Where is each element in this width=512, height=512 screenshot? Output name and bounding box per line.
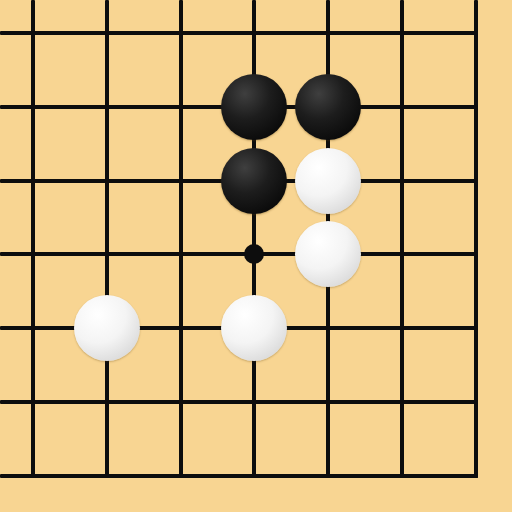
- board-stones-layer: [0, 0, 512, 512]
- star-point: [244, 244, 264, 264]
- white-stone: [221, 295, 287, 361]
- black-stone: [221, 148, 287, 214]
- black-stone: [295, 74, 361, 140]
- go-board[interactable]: [0, 0, 512, 512]
- white-stone: [295, 221, 361, 287]
- black-stone: [221, 74, 287, 140]
- white-stone: [295, 148, 361, 214]
- go-app-screen: [0, 0, 512, 512]
- white-stone: [74, 295, 140, 361]
